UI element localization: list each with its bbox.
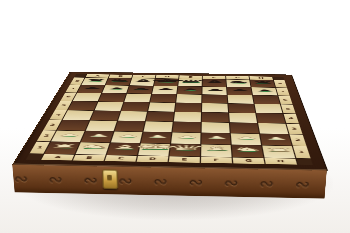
file-label: C [105, 155, 137, 161]
square-f1 [201, 144, 231, 157]
square-b6 [99, 93, 127, 102]
file-label: B [73, 155, 106, 161]
square-e2 [171, 132, 200, 144]
square-f6 [202, 95, 227, 104]
rank-label: 4 [284, 114, 299, 124]
square-c5 [121, 102, 149, 111]
rank-label: 5 [281, 104, 296, 113]
square-b5 [95, 102, 124, 111]
square-d5 [148, 102, 175, 111]
square-a6 [73, 93, 101, 101]
square-h2 [260, 134, 292, 146]
file-label: H [265, 158, 297, 165]
file-label: G [233, 158, 265, 164]
square-f4 [202, 112, 229, 122]
square-d2 [141, 132, 171, 143]
square-d6 [150, 94, 176, 103]
square-g5 [228, 104, 255, 113]
square-f2 [201, 133, 230, 145]
chess-board: ∾ ∾ ∾ ∾ ∾ ∾ ∾ ∾ ∾ ∾ ∾ ∾ ∾ ∾ ∾ ∾ ∾ ∾ ∾ ∾ … [12, 72, 327, 171]
rank-label: 7 [276, 88, 290, 96]
square-h3 [258, 123, 288, 134]
square-g4 [229, 113, 257, 123]
square-c1 [107, 143, 140, 155]
square-e4 [174, 112, 201, 122]
scroll-pattern: ∾ ∾ ∾ ∾ ∾ ∾ ∾ ∾ ∾ ∾ ∾ ∾ ∾ ∾ [12, 164, 327, 198]
rank-label: 3 [286, 124, 302, 135]
scene-3d: ∾ ∾ ∾ ∾ ∾ ∾ ∾ ∾ ∾ ∾ ∾ ∾ ∾ ∾ ∾ ∾ ∾ ∾ ∾ ∾ … [0, 0, 350, 233]
square-e1 [170, 144, 201, 157]
file-label: D [137, 156, 169, 162]
square-a3 [57, 120, 89, 131]
square-a2 [51, 131, 85, 142]
square-c3 [115, 121, 145, 132]
brass-clasp-icon [102, 169, 118, 189]
square-h5 [255, 104, 283, 113]
square-d3 [144, 121, 173, 132]
square-h6 [253, 95, 280, 104]
square-a1 [45, 142, 80, 154]
square-b4 [90, 111, 120, 121]
square-a4 [63, 110, 94, 120]
square-g2 [231, 133, 261, 145]
square-c6 [124, 94, 151, 103]
square-d4 [146, 112, 174, 122]
square-e5 [175, 103, 201, 112]
border-corner [297, 159, 313, 165]
square-e3 [173, 122, 201, 133]
square-h1 [262, 145, 295, 158]
rank-label: 6 [278, 96, 292, 104]
square-d1 [138, 143, 170, 155]
file-label: E [169, 156, 200, 162]
square-f3 [202, 122, 230, 133]
square-f5 [202, 103, 228, 112]
square-g1 [232, 145, 264, 158]
square-h4 [256, 113, 285, 123]
rank-label: 1 [293, 146, 311, 158]
square-b2 [81, 131, 113, 142]
board-front-edge: ∾ ∾ ∾ ∾ ∾ ∾ ∾ ∾ ∾ ∾ ∾ ∾ ∾ ∾ [12, 164, 327, 198]
square-g6 [228, 95, 254, 104]
chess-set-product-photo: ∾ ∾ ∾ ∾ ∾ ∾ ∾ ∾ ∾ ∾ ∾ ∾ ∾ ∾ ∾ ∾ ∾ ∾ ∾ ∾ … [0, 0, 350, 233]
rank-label: 2 [290, 134, 307, 145]
square-c2 [111, 131, 142, 142]
square-b3 [86, 121, 117, 132]
square-e6 [176, 94, 201, 103]
file-label: F [201, 157, 232, 163]
square-c4 [118, 111, 147, 121]
square-a5 [68, 101, 97, 110]
square-g3 [230, 123, 259, 134]
file-label: A [41, 154, 74, 160]
square-b1 [76, 142, 110, 154]
